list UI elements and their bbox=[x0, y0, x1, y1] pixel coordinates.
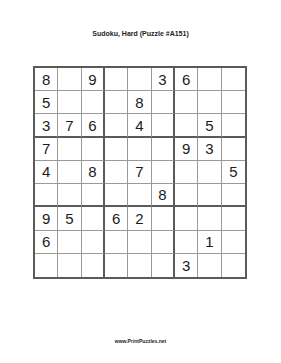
cell-r2c8[interactable] bbox=[198, 91, 221, 114]
cell-r8c8[interactable]: 1 bbox=[198, 231, 221, 254]
cell-r1c3[interactable]: 9 bbox=[82, 68, 105, 91]
cell-r1c7[interactable]: 6 bbox=[175, 68, 198, 91]
cell-r1c5[interactable] bbox=[128, 68, 151, 91]
cell-r4c3[interactable] bbox=[82, 138, 105, 161]
cell-r8c5[interactable] bbox=[128, 231, 151, 254]
cell-r4c8[interactable]: 3 bbox=[198, 138, 221, 161]
cell-r5c6[interactable] bbox=[152, 161, 175, 184]
cell-r2c6[interactable] bbox=[152, 91, 175, 114]
footer-url: www.PrintPuzzles.net bbox=[0, 338, 281, 344]
cell-r5c2[interactable] bbox=[58, 161, 81, 184]
page: Sudoku, Hard (Puzzle #A151) 893658376457… bbox=[0, 0, 281, 363]
cell-r9c1[interactable] bbox=[35, 254, 58, 277]
cell-r6c9[interactable] bbox=[222, 184, 245, 207]
cell-r8c3[interactable] bbox=[82, 231, 105, 254]
cell-r5c8[interactable] bbox=[198, 161, 221, 184]
cell-r4c6[interactable] bbox=[152, 138, 175, 161]
cell-r3c1[interactable]: 3 bbox=[35, 114, 58, 137]
cell-r9c5[interactable] bbox=[128, 254, 151, 277]
cell-r9c8[interactable] bbox=[198, 254, 221, 277]
cell-r1c9[interactable] bbox=[222, 68, 245, 91]
cell-r1c1[interactable]: 8 bbox=[35, 68, 58, 91]
cell-r7c8[interactable] bbox=[198, 207, 221, 230]
cell-r8c4[interactable] bbox=[105, 231, 128, 254]
cell-r6c7[interactable] bbox=[175, 184, 198, 207]
cell-r8c6[interactable] bbox=[152, 231, 175, 254]
cell-r5c1[interactable]: 4 bbox=[35, 161, 58, 184]
cell-r3c6[interactable] bbox=[152, 114, 175, 137]
cell-r4c1[interactable]: 7 bbox=[35, 138, 58, 161]
cell-r4c5[interactable] bbox=[128, 138, 151, 161]
cell-r2c1[interactable]: 5 bbox=[35, 91, 58, 114]
cell-r6c6[interactable]: 8 bbox=[152, 184, 175, 207]
cell-r5c5[interactable]: 7 bbox=[128, 161, 151, 184]
cell-r1c6[interactable]: 3 bbox=[152, 68, 175, 91]
cell-r3c9[interactable] bbox=[222, 114, 245, 137]
cell-r5c4[interactable] bbox=[105, 161, 128, 184]
cell-r7c3[interactable] bbox=[82, 207, 105, 230]
cell-r6c1[interactable] bbox=[35, 184, 58, 207]
cell-r7c4[interactable]: 6 bbox=[105, 207, 128, 230]
cell-r3c3[interactable]: 6 bbox=[82, 114, 105, 137]
sudoku-board: 89365837645793487589562613 bbox=[33, 66, 247, 279]
cell-r9c2[interactable] bbox=[58, 254, 81, 277]
cell-r6c2[interactable] bbox=[58, 184, 81, 207]
cell-r2c3[interactable] bbox=[82, 91, 105, 114]
cell-r1c8[interactable] bbox=[198, 68, 221, 91]
cell-r2c7[interactable] bbox=[175, 91, 198, 114]
cell-r3c4[interactable] bbox=[105, 114, 128, 137]
cell-r9c4[interactable] bbox=[105, 254, 128, 277]
cell-r6c3[interactable] bbox=[82, 184, 105, 207]
cell-r3c7[interactable] bbox=[175, 114, 198, 137]
cell-r7c5[interactable]: 2 bbox=[128, 207, 151, 230]
cell-r3c5[interactable]: 4 bbox=[128, 114, 151, 137]
cell-r1c4[interactable] bbox=[105, 68, 128, 91]
cell-r2c2[interactable] bbox=[58, 91, 81, 114]
cell-r1c2[interactable] bbox=[58, 68, 81, 91]
cell-r7c6[interactable] bbox=[152, 207, 175, 230]
cell-r9c7[interactable]: 3 bbox=[175, 254, 198, 277]
cell-r6c5[interactable] bbox=[128, 184, 151, 207]
cell-r7c9[interactable] bbox=[222, 207, 245, 230]
cell-r2c5[interactable]: 8 bbox=[128, 91, 151, 114]
cell-r5c7[interactable] bbox=[175, 161, 198, 184]
cell-r9c6[interactable] bbox=[152, 254, 175, 277]
cell-r9c9[interactable] bbox=[222, 254, 245, 277]
cell-r5c3[interactable]: 8 bbox=[82, 161, 105, 184]
cell-r4c4[interactable] bbox=[105, 138, 128, 161]
cell-r8c9[interactable] bbox=[222, 231, 245, 254]
cell-r9c3[interactable] bbox=[82, 254, 105, 277]
cell-r7c7[interactable] bbox=[175, 207, 198, 230]
cell-r7c1[interactable]: 9 bbox=[35, 207, 58, 230]
cell-r8c1[interactable]: 6 bbox=[35, 231, 58, 254]
cell-r6c4[interactable] bbox=[105, 184, 128, 207]
cell-r4c9[interactable] bbox=[222, 138, 245, 161]
cell-r3c2[interactable]: 7 bbox=[58, 114, 81, 137]
cell-r2c9[interactable] bbox=[222, 91, 245, 114]
cell-r2c4[interactable] bbox=[105, 91, 128, 114]
cell-r7c2[interactable]: 5 bbox=[58, 207, 81, 230]
cell-r4c2[interactable] bbox=[58, 138, 81, 161]
cell-r5c9[interactable]: 5 bbox=[222, 161, 245, 184]
cell-r6c8[interactable] bbox=[198, 184, 221, 207]
cell-r3c8[interactable]: 5 bbox=[198, 114, 221, 137]
puzzle-title: Sudoku, Hard (Puzzle #A151) bbox=[0, 30, 281, 37]
cell-r8c7[interactable] bbox=[175, 231, 198, 254]
cell-r8c2[interactable] bbox=[58, 231, 81, 254]
cell-r4c7[interactable]: 9 bbox=[175, 138, 198, 161]
